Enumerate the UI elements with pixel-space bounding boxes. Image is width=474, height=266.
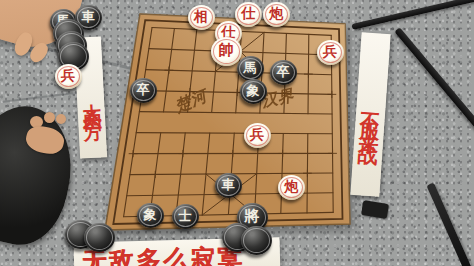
red-piece-兵[interactable]: 兵 (317, 40, 344, 65)
black-piece-卒[interactable]: 卒 (130, 78, 157, 103)
red-piece-兵[interactable]: 兵 (244, 123, 271, 148)
black-piece-車[interactable]: 車 (215, 173, 242, 198)
black-piece-卒[interactable]: 卒 (270, 60, 297, 85)
black-piece-馬[interactable]: 馬 (237, 56, 264, 81)
street-xiangqi-photo: 楚河汉界 大杀四方 不服来战 无敌多么寂寞 相仕炮仕帥兵兵炮馬卒象卒車將象士馬車… (0, 0, 474, 266)
black-piece-象[interactable]: 象 (137, 203, 164, 228)
tripod-leg-icon (394, 27, 474, 154)
tripod-leg-icon (351, 0, 474, 30)
red-piece-相[interactable]: 相 (188, 5, 215, 30)
small-dark-object (361, 200, 389, 219)
foot-toe (56, 114, 66, 124)
red-piece-仕[interactable]: 仕 (235, 2, 262, 27)
red-piece-炮[interactable]: 炮 (263, 2, 290, 27)
foot-toe (44, 112, 55, 123)
black-piece-blank[interactable] (241, 226, 272, 255)
red-piece-帥[interactable]: 帥 (211, 37, 242, 66)
black-piece-blank[interactable] (84, 223, 115, 252)
black-piece-象[interactable]: 象 (240, 79, 267, 104)
red-piece-炮[interactable]: 炮 (278, 175, 305, 200)
pavement-joint (2, 91, 82, 103)
red-piece-兵[interactable]: 兵 (55, 64, 82, 89)
black-piece-士[interactable]: 士 (172, 204, 199, 229)
wooden-stick (426, 182, 474, 266)
